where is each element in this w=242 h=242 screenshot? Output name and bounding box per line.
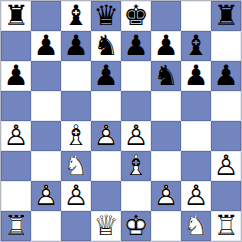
square-g6[interactable]: ♟: [181, 61, 211, 91]
square-f1[interactable]: [151, 211, 181, 241]
square-c7[interactable]: ♟: [61, 31, 91, 61]
white-pawn-outline: ♙: [61, 181, 91, 211]
square-b4[interactable]: [31, 121, 61, 151]
square-f8[interactable]: [151, 1, 181, 31]
white-pawn[interactable]: ♟♙: [211, 151, 241, 181]
square-a4[interactable]: ♟♙: [1, 121, 31, 151]
white-pawn-outline: ♙: [151, 181, 181, 211]
square-c3[interactable]: ♞♘: [61, 151, 91, 181]
square-g3[interactable]: [181, 151, 211, 181]
square-f4[interactable]: [151, 121, 181, 151]
square-h6[interactable]: ♟: [211, 61, 241, 91]
square-b5[interactable]: [31, 91, 61, 121]
white-pawn[interactable]: ♟♙: [121, 121, 151, 151]
square-h4[interactable]: [211, 121, 241, 151]
square-d3[interactable]: [91, 151, 121, 181]
square-a2[interactable]: [1, 181, 31, 211]
white-pawn[interactable]: ♟♙: [61, 181, 91, 211]
white-knight[interactable]: ♞♘: [181, 211, 211, 241]
square-g5[interactable]: [181, 91, 211, 121]
square-g7[interactable]: ♝: [181, 31, 211, 61]
black-pawn[interactable]: ♟: [211, 61, 241, 91]
square-b2[interactable]: ♟♙: [31, 181, 61, 211]
square-b3[interactable]: [31, 151, 61, 181]
square-b1[interactable]: [31, 211, 61, 241]
black-bishop[interactable]: ♝: [61, 1, 91, 31]
black-pawn[interactable]: ♟: [121, 31, 151, 61]
white-rook[interactable]: ♜♖: [1, 211, 31, 241]
square-b7[interactable]: ♟: [31, 31, 61, 61]
square-b8[interactable]: [31, 1, 61, 31]
square-a3[interactable]: [1, 151, 31, 181]
black-pawn[interactable]: ♟: [31, 31, 61, 61]
square-c4[interactable]: ♝♗: [61, 121, 91, 151]
white-knight[interactable]: ♞♘: [61, 151, 91, 181]
square-h8[interactable]: ♜: [211, 1, 241, 31]
square-h2[interactable]: [211, 181, 241, 211]
chess-board: ♜♝♛♚♜♟♟♞♟♟♝♟♟♞♟♟♟♙♝♗♟♙♟♙♞♘♝♗♟♙♟♙♟♙♟♙♟♙♜♖…: [0, 0, 242, 242]
square-c8[interactable]: ♝: [61, 1, 91, 31]
black-rook[interactable]: ♜: [1, 1, 31, 31]
white-bishop[interactable]: ♝♗: [61, 121, 91, 151]
square-e8[interactable]: ♚: [121, 1, 151, 31]
square-d4[interactable]: ♟♙: [91, 121, 121, 151]
square-g2[interactable]: ♟♙: [181, 181, 211, 211]
black-pawn[interactable]: ♟: [151, 31, 181, 61]
square-a7[interactable]: [1, 31, 31, 61]
white-rook[interactable]: ♜♖: [211, 211, 241, 241]
square-f2[interactable]: ♟♙: [151, 181, 181, 211]
white-pawn-outline: ♙: [121, 121, 151, 151]
square-d5[interactable]: [91, 91, 121, 121]
white-rook-outline: ♖: [211, 211, 241, 241]
white-king-outline: ♔: [121, 211, 151, 241]
square-h3[interactable]: ♟♙: [211, 151, 241, 181]
black-pawn[interactable]: ♟: [61, 31, 91, 61]
white-pawn[interactable]: ♟♙: [181, 181, 211, 211]
white-knight-outline: ♘: [181, 211, 211, 241]
black-rook[interactable]: ♜: [211, 1, 241, 31]
black-bishop[interactable]: ♝: [181, 31, 211, 61]
square-a1[interactable]: ♜♖: [1, 211, 31, 241]
white-queen-outline: ♕: [91, 211, 121, 241]
black-pawn[interactable]: ♟: [181, 61, 211, 91]
white-pawn[interactable]: ♟♙: [151, 181, 181, 211]
white-bishop-outline: ♗: [121, 151, 151, 181]
square-e3[interactable]: ♝♗: [121, 151, 151, 181]
square-f3[interactable]: [151, 151, 181, 181]
white-pawn-outline: ♙: [181, 181, 211, 211]
square-d6[interactable]: ♟: [91, 61, 121, 91]
square-f5[interactable]: [151, 91, 181, 121]
square-c2[interactable]: ♟♙: [61, 181, 91, 211]
square-g8[interactable]: [181, 1, 211, 31]
white-bishop[interactable]: ♝♗: [121, 151, 151, 181]
black-king[interactable]: ♚: [121, 1, 151, 31]
square-e6[interactable]: [121, 61, 151, 91]
square-c1[interactable]: [61, 211, 91, 241]
white-pawn-outline: ♙: [31, 181, 61, 211]
square-g1[interactable]: ♞♘: [181, 211, 211, 241]
square-d8[interactable]: ♛: [91, 1, 121, 31]
square-e1[interactable]: ♚♔: [121, 211, 151, 241]
white-king[interactable]: ♚♔: [121, 211, 151, 241]
square-b6[interactable]: [31, 61, 61, 91]
white-bishop-outline: ♗: [61, 121, 91, 151]
square-e7[interactable]: ♟: [121, 31, 151, 61]
square-d1[interactable]: ♛♕: [91, 211, 121, 241]
square-d7[interactable]: ♞: [91, 31, 121, 61]
square-a5[interactable]: [1, 91, 31, 121]
white-pawn-outline: ♙: [211, 151, 241, 181]
white-rook-outline: ♖: [1, 211, 31, 241]
black-knight[interactable]: ♞: [151, 61, 181, 91]
square-h1[interactable]: ♜♖: [211, 211, 241, 241]
square-a6[interactable]: ♟: [1, 61, 31, 91]
square-c6[interactable]: [61, 61, 91, 91]
square-c5[interactable]: [61, 91, 91, 121]
square-e2[interactable]: [121, 181, 151, 211]
square-d2[interactable]: [91, 181, 121, 211]
white-knight-outline: ♘: [61, 151, 91, 181]
black-pawn[interactable]: ♟: [1, 61, 31, 91]
white-queen[interactable]: ♛♕: [91, 211, 121, 241]
square-g4[interactable]: [181, 121, 211, 151]
black-queen[interactable]: ♛: [91, 1, 121, 31]
square-h5[interactable]: [211, 91, 241, 121]
black-pawn[interactable]: ♟: [91, 61, 121, 91]
square-a8[interactable]: ♜: [1, 1, 31, 31]
square-f7[interactable]: ♟: [151, 31, 181, 61]
square-f6[interactable]: ♞: [151, 61, 181, 91]
white-pawn-outline: ♙: [91, 121, 121, 151]
square-h7[interactable]: [211, 31, 241, 61]
white-pawn-outline: ♙: [1, 121, 31, 151]
square-e4[interactable]: ♟♙: [121, 121, 151, 151]
square-e5[interactable]: [121, 91, 151, 121]
white-pawn[interactable]: ♟♙: [31, 181, 61, 211]
white-pawn[interactable]: ♟♙: [1, 121, 31, 151]
white-pawn[interactable]: ♟♙: [91, 121, 121, 151]
black-knight[interactable]: ♞: [91, 31, 121, 61]
